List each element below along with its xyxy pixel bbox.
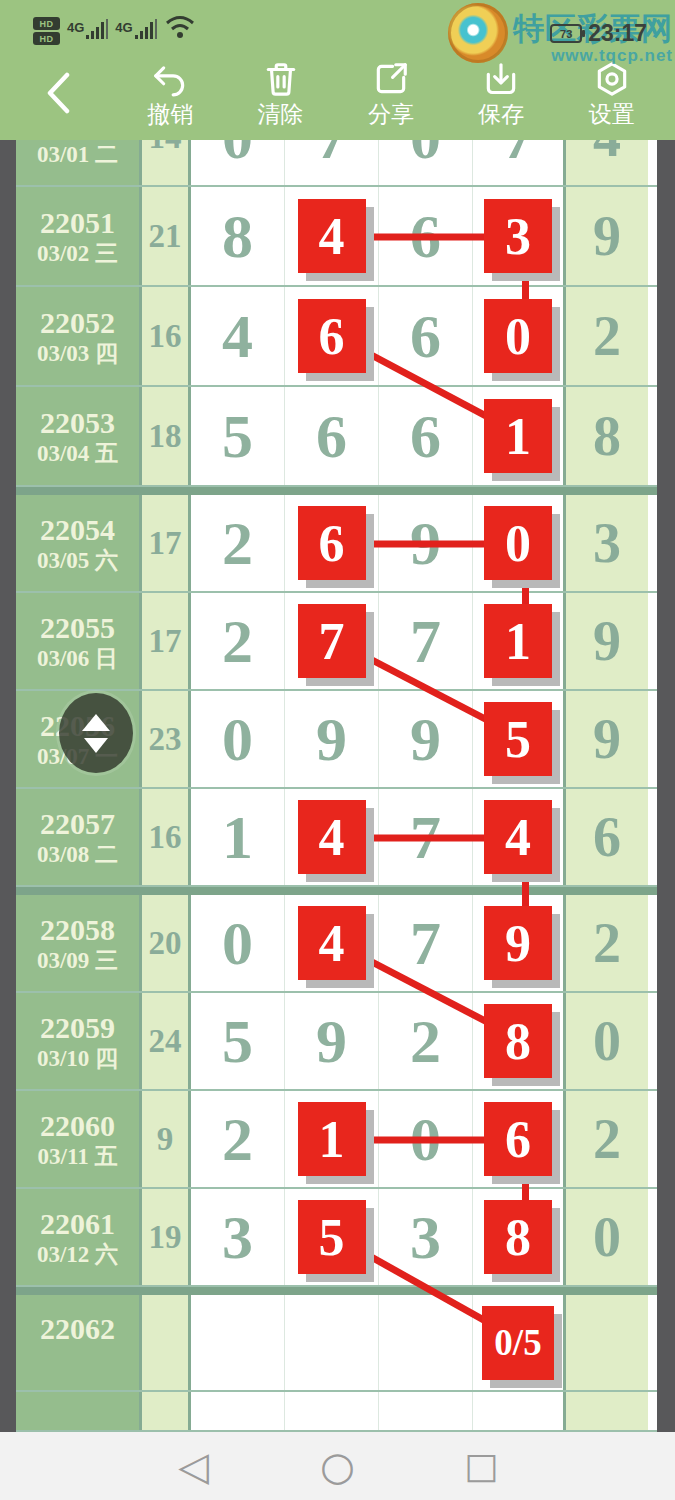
row-22052: 2205203/03 四1646602 bbox=[16, 287, 657, 387]
chevron-left-icon bbox=[45, 72, 71, 114]
digit-cell: 1 bbox=[285, 1091, 379, 1187]
issue-date: 03/01 二 bbox=[37, 141, 118, 168]
digit-cell: 6 bbox=[473, 1091, 566, 1187]
digit-cell bbox=[379, 1392, 473, 1430]
issue-cell: 2205903/10 四 bbox=[16, 993, 142, 1089]
red-hot-digit: 6 bbox=[298, 506, 366, 580]
scroll-down-icon[interactable] bbox=[84, 738, 108, 753]
site-logo-icon bbox=[448, 3, 508, 63]
digit-cell bbox=[473, 1392, 566, 1430]
issue-date: 03/09 三 bbox=[37, 947, 118, 974]
issue-cell: 03/01 二 bbox=[16, 140, 142, 187]
issue-cell: 2206003/11 五 bbox=[16, 1091, 142, 1187]
issue-date: 03/04 五 bbox=[37, 440, 118, 467]
sum-cell: 16 bbox=[142, 789, 191, 885]
red-hot-digit: 3 bbox=[484, 199, 552, 273]
digit-cell: 5 bbox=[473, 691, 566, 787]
scroll-up-icon[interactable] bbox=[82, 714, 110, 731]
issue-date: 03/03 四 bbox=[37, 340, 118, 367]
status-clock: 23:17 bbox=[588, 20, 647, 47]
undo-button[interactable]: 撤销 bbox=[147, 60, 193, 126]
wifi-icon bbox=[164, 11, 198, 41]
digit-cell: 1 bbox=[191, 789, 285, 885]
row-22061: 2206103/12 六1935380 bbox=[16, 1189, 657, 1287]
clear-icon bbox=[262, 60, 300, 98]
settings-label: 设置 bbox=[589, 103, 635, 126]
save-label: 保存 bbox=[478, 103, 524, 126]
settings-button[interactable]: 设置 bbox=[589, 60, 635, 126]
digit-cell: 2 bbox=[191, 1091, 285, 1187]
red-hot-digit: 4 bbox=[298, 800, 366, 874]
digit-cell: 5 bbox=[285, 1189, 379, 1285]
digit-cell: 7 bbox=[473, 140, 566, 187]
issue-number: 22060 bbox=[40, 1109, 115, 1143]
issue-cell: 2205103/02 三 bbox=[16, 187, 142, 285]
digit-cell: 4 bbox=[191, 287, 285, 385]
tail-digit-cell: 6 bbox=[566, 789, 648, 885]
red-hot-digit: 8 bbox=[484, 1004, 552, 1078]
tail-digit-cell: 9 bbox=[566, 187, 648, 285]
red-hot-digit: 4 bbox=[298, 199, 366, 273]
issue-number: 22057 bbox=[40, 807, 115, 841]
tail-digit-cell: 8 bbox=[566, 387, 648, 485]
digit-cell: 0 bbox=[473, 495, 566, 591]
digit-cell: 2 bbox=[191, 495, 285, 591]
digit-cell: 3 bbox=[379, 1189, 473, 1285]
tail-digit-cell: 2 bbox=[566, 1091, 648, 1187]
nav-home-icon[interactable]: ○ bbox=[316, 1446, 360, 1486]
tail-digit-cell bbox=[566, 1295, 648, 1390]
issue-number: 22054 bbox=[40, 513, 115, 547]
issue-number: 22059 bbox=[40, 1011, 115, 1045]
issue-cell: 2205703/08 二 bbox=[16, 789, 142, 885]
row-22053: 2205303/04 五1856618 bbox=[16, 387, 657, 487]
issue-cell: 2205403/05 六 bbox=[16, 495, 142, 591]
scroll-widget[interactable] bbox=[59, 693, 133, 773]
digit-cell: 9 bbox=[285, 993, 379, 1089]
digit-cell: 4 bbox=[473, 789, 566, 885]
nav-back-icon[interactable]: ◁ bbox=[172, 1446, 216, 1486]
status-left-icons: HD HD 4G 4G bbox=[33, 9, 198, 45]
digit-cell: 5 bbox=[191, 387, 285, 485]
tail-digit-cell: 9 bbox=[566, 593, 648, 689]
tail-digit-cell: 3 bbox=[566, 495, 648, 591]
issue-number: 22058 bbox=[40, 913, 115, 947]
tail-digit-cell: 2 bbox=[566, 287, 648, 385]
issue-number: 22051 bbox=[40, 206, 115, 240]
red-hot-digit: 5 bbox=[484, 702, 552, 776]
red-hot-digit: 1 bbox=[484, 399, 552, 473]
digit-cell: 0 bbox=[473, 287, 566, 385]
sum-cell bbox=[142, 1295, 191, 1390]
issue-date: 03/05 六 bbox=[37, 547, 118, 574]
tail-digit-cell: 0 bbox=[566, 1189, 648, 1285]
row-22062: 220620/5 bbox=[16, 1295, 657, 1392]
issue-number: 22061 bbox=[40, 1207, 115, 1241]
issue-cell: 2205503/06 日 bbox=[16, 593, 142, 689]
row-22058: 2205803/09 三2004792 bbox=[16, 895, 657, 993]
group-separator bbox=[16, 1287, 657, 1295]
row-22057: 2205703/08 二1614746 bbox=[16, 789, 657, 887]
issue-number: 22052 bbox=[40, 306, 115, 340]
sum-cell: 19 bbox=[142, 1189, 191, 1285]
red-hot-digit: 6 bbox=[298, 299, 366, 373]
sum-cell bbox=[142, 1392, 191, 1430]
red-hot-digit: 0 bbox=[484, 506, 552, 580]
android-nav-bar: ◁ ○ □ bbox=[0, 1432, 675, 1500]
digit-cell: 0 bbox=[191, 895, 285, 991]
sum-cell: 18 bbox=[142, 387, 191, 485]
digit-cell: 8 bbox=[473, 993, 566, 1089]
issue-cell: 2205803/09 三 bbox=[16, 895, 142, 991]
digit-cell: 3 bbox=[191, 1189, 285, 1285]
undo-icon bbox=[151, 60, 189, 98]
digit-cell: 3 bbox=[473, 187, 566, 285]
red-hot-digit: 6 bbox=[484, 1102, 552, 1176]
signal-sim1: 4G bbox=[67, 9, 108, 45]
digit-cell: 4 bbox=[285, 895, 379, 991]
red-hot-digit: 8 bbox=[484, 1200, 552, 1274]
issue-date: 03/12 六 bbox=[37, 1241, 118, 1268]
tail-digit-cell bbox=[566, 1392, 648, 1430]
nav-recent-icon[interactable]: □ bbox=[460, 1448, 504, 1484]
red-hot-digit: 4 bbox=[484, 800, 552, 874]
red-hot-digit: 0/5 bbox=[482, 1306, 554, 1380]
digit-cell: 8 bbox=[473, 1189, 566, 1285]
digit-cell: 7 bbox=[379, 895, 473, 991]
digit-cell: 6 bbox=[285, 387, 379, 485]
digit-cell: 8 bbox=[191, 187, 285, 285]
chart-rows: 03/01 二14070742205103/02 三21846392205203… bbox=[16, 140, 657, 1432]
tail-digit-cell: 9 bbox=[566, 691, 648, 787]
watermark-site-url: www.tqcp.net bbox=[551, 46, 673, 66]
share-icon bbox=[372, 60, 410, 98]
hd-icon: HD bbox=[33, 32, 60, 45]
digit-cell: 0 bbox=[379, 140, 473, 187]
digit-cell: 0/5 bbox=[473, 1295, 566, 1390]
issue-date: 03/10 四 bbox=[37, 1045, 118, 1072]
digit-cell bbox=[379, 1295, 473, 1390]
back-button[interactable] bbox=[0, 72, 115, 114]
share-button[interactable]: 分享 bbox=[368, 60, 414, 126]
hd-volte-icons: HD HD bbox=[33, 17, 60, 45]
digit-cell: 0 bbox=[379, 1091, 473, 1187]
digit-cell bbox=[285, 1392, 379, 1430]
signal-bars-icon bbox=[86, 9, 108, 45]
digit-cell: 6 bbox=[285, 287, 379, 385]
status-time-battery: 73 23:17 bbox=[550, 20, 647, 47]
issue-cell: 2205203/03 四 bbox=[16, 287, 142, 385]
issue-number: 22062 bbox=[40, 1312, 115, 1346]
red-hot-digit: 1 bbox=[484, 604, 552, 678]
digit-cell: 4 bbox=[285, 187, 379, 285]
digit-cell: 7 bbox=[285, 593, 379, 689]
digit-cell: 4 bbox=[285, 789, 379, 885]
phone-screen: HD HD 4G 4G bbox=[0, 0, 675, 1500]
tail-digit-cell: 4 bbox=[566, 140, 648, 187]
issue-date: 03/02 三 bbox=[37, 240, 118, 267]
signal-bars-icon bbox=[135, 9, 157, 45]
red-hot-digit: 0 bbox=[484, 299, 552, 373]
digit-cell: 5 bbox=[191, 993, 285, 1089]
sum-cell: 17 bbox=[142, 495, 191, 591]
digit-cell: 9 bbox=[379, 495, 473, 591]
row-22054: 2205403/05 六1726903 bbox=[16, 495, 657, 593]
red-hot-digit: 7 bbox=[298, 604, 366, 678]
digit-cell: 7 bbox=[379, 789, 473, 885]
status-bar: HD HD 4G 4G bbox=[0, 0, 675, 45]
group-separator bbox=[16, 887, 657, 895]
digit-cell: 0 bbox=[191, 140, 285, 187]
share-label: 分享 bbox=[368, 103, 414, 126]
clear-button[interactable]: 清除 bbox=[258, 60, 304, 126]
digit-cell: 6 bbox=[379, 287, 473, 385]
group-separator bbox=[16, 487, 657, 495]
sum-cell: 20 bbox=[142, 895, 191, 991]
tail-digit-cell: 0 bbox=[566, 993, 648, 1089]
issue-cell: 2205303/04 五 bbox=[16, 387, 142, 485]
issue-date: 03/06 日 bbox=[37, 645, 118, 672]
sum-cell: 9 bbox=[142, 1091, 191, 1187]
sum-cell: 16 bbox=[142, 287, 191, 385]
trend-chart: 03/01 二14070742205103/02 三21846392205203… bbox=[0, 140, 675, 1432]
row-22051: 2205103/02 三2184639 bbox=[16, 187, 657, 287]
row-22060: 2206003/11 五921062 bbox=[16, 1091, 657, 1189]
sum-cell: 23 bbox=[142, 691, 191, 787]
digit-cell: 7 bbox=[285, 140, 379, 187]
issue-cell: 2206103/12 六 bbox=[16, 1189, 142, 1285]
sum-cell: 14 bbox=[142, 140, 191, 187]
red-hot-digit: 9 bbox=[484, 906, 552, 980]
app-header: HD HD 4G 4G bbox=[0, 0, 675, 140]
digit-cell: 2 bbox=[379, 993, 473, 1089]
issue-number: 22053 bbox=[40, 406, 115, 440]
issue-number: 22055 bbox=[40, 611, 115, 645]
red-hot-digit: 1 bbox=[298, 1102, 366, 1176]
issue-date: 03/11 五 bbox=[38, 1143, 118, 1170]
digit-cell: 9 bbox=[379, 691, 473, 787]
digit-cell: 7 bbox=[379, 593, 473, 689]
row-partial: 03/01 二1407074 bbox=[16, 140, 657, 187]
digit-cell: 6 bbox=[379, 387, 473, 485]
digit-cell: 2 bbox=[191, 593, 285, 689]
undo-label: 撤销 bbox=[147, 103, 193, 126]
digit-cell: 1 bbox=[473, 593, 566, 689]
clear-label: 清除 bbox=[258, 103, 304, 126]
row-partial bbox=[16, 1392, 657, 1432]
sum-cell: 21 bbox=[142, 187, 191, 285]
digit-cell: 1 bbox=[473, 387, 566, 485]
digit-cell: 9 bbox=[473, 895, 566, 991]
digit-cell bbox=[191, 1392, 285, 1430]
tail-digit-cell: 2 bbox=[566, 895, 648, 991]
digit-cell: 6 bbox=[379, 187, 473, 285]
issue-cell: 22062 bbox=[16, 1295, 142, 1390]
digit-cell bbox=[285, 1295, 379, 1390]
digit-cell: 6 bbox=[285, 495, 379, 591]
sum-cell: 24 bbox=[142, 993, 191, 1089]
red-hot-digit: 5 bbox=[298, 1200, 366, 1274]
row-22059: 2205903/10 四2459280 bbox=[16, 993, 657, 1091]
toolbar-buttons: 撤销清除分享保存设置 bbox=[115, 60, 675, 126]
signal-sim2: 4G bbox=[115, 9, 156, 45]
digit-cell: 9 bbox=[285, 691, 379, 787]
issue-cell bbox=[16, 1392, 142, 1430]
battery-icon: 73 bbox=[550, 24, 582, 43]
sum-cell: 17 bbox=[142, 593, 191, 689]
issue-date: 03/08 二 bbox=[37, 841, 118, 868]
hd-icon: HD bbox=[33, 17, 60, 30]
digit-cell: 0 bbox=[191, 691, 285, 787]
row-22055: 2205503/06 日1727719 bbox=[16, 593, 657, 691]
save-button[interactable]: 保存 bbox=[478, 60, 524, 126]
red-hot-digit: 4 bbox=[298, 906, 366, 980]
digit-cell bbox=[191, 1295, 285, 1390]
